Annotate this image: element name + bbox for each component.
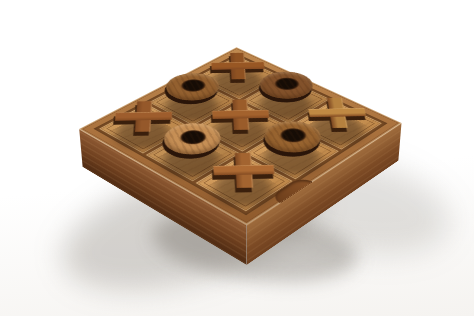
- x-piece-bar: [214, 165, 275, 176]
- x-piece-bar: [115, 111, 172, 120]
- board-top: [79, 47, 401, 225]
- photo-scene: [0, 0, 474, 316]
- game-box: [79, 47, 401, 225]
- x-piece-bar: [309, 108, 367, 117]
- x-piece-bar: [213, 110, 270, 119]
- product-photo: [0, 0, 474, 316]
